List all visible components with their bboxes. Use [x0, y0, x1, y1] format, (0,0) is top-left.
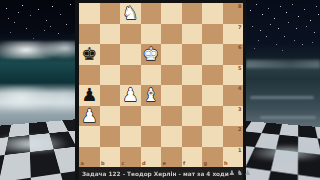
square-a5 — [79, 65, 100, 86]
wave-crest — [246, 60, 320, 68]
square-b6 — [100, 44, 121, 65]
black-pawn: ♟ — [81, 86, 97, 104]
square-h2 — [223, 126, 244, 147]
square-g7 — [202, 24, 223, 45]
square-h6 — [223, 44, 244, 65]
square-e3 — [161, 106, 182, 127]
square-h7 — [223, 24, 244, 45]
chess-board: ♞♚♚♟♟♝♟87654321abcdefgh — [79, 3, 243, 167]
square-e4 — [161, 85, 182, 106]
wave-foam — [0, 86, 75, 110]
square-a8 — [79, 3, 100, 24]
square-d6: ♚ — [141, 44, 162, 65]
square-e6 — [161, 44, 182, 65]
square-f6 — [182, 44, 203, 65]
square-a4: ♟ — [79, 85, 100, 106]
square-d7 — [141, 24, 162, 45]
square-d3 — [141, 106, 162, 127]
ocean-right-background — [246, 0, 320, 180]
video-frame: ♞♚♚♟♟♝♟87654321abcdefgh Задача 122 - Тео… — [0, 0, 320, 180]
square-c4: ♟ — [120, 85, 141, 106]
white-king: ♚ — [143, 45, 159, 63]
square-g3 — [202, 106, 223, 127]
square-c1 — [120, 147, 141, 168]
square-f4 — [182, 85, 203, 106]
caption-text: Задача 122 - Теодор Херлін - мат за 4 хо… — [82, 171, 229, 177]
square-h8 — [223, 3, 244, 24]
square-d5 — [141, 65, 162, 86]
square-f5 — [182, 65, 203, 86]
square-b8 — [100, 3, 121, 24]
square-d4: ♝ — [141, 85, 162, 106]
square-g6 — [202, 44, 223, 65]
square-a3: ♟ — [79, 106, 100, 127]
stars — [0, 0, 1, 1]
pawn-icon: ♟ — [244, 170, 250, 177]
white-pawn: ♟ — [122, 86, 138, 104]
square-g2 — [202, 126, 223, 147]
foam-streak — [250, 96, 314, 99]
white-pawn: ♟ — [81, 107, 97, 125]
black-king: ♚ — [81, 45, 97, 63]
square-g5 — [202, 65, 223, 86]
square-g4 — [202, 85, 223, 106]
square-b1 — [100, 147, 121, 168]
square-b2 — [100, 126, 121, 147]
white-knight: ♞ — [122, 4, 138, 22]
square-c3 — [120, 106, 141, 127]
square-e8 — [161, 3, 182, 24]
square-a1 — [79, 147, 100, 168]
square-e2 — [161, 126, 182, 147]
square-c8: ♞ — [120, 3, 141, 24]
square-a6: ♚ — [79, 44, 100, 65]
square-a2 — [79, 126, 100, 147]
knight-icon: ♞ — [237, 170, 243, 177]
shore-foam — [0, 136, 75, 152]
shore-foam — [246, 146, 320, 160]
square-c6 — [120, 44, 141, 65]
stars — [246, 0, 247, 1]
square-f2 — [182, 126, 203, 147]
square-b7 — [100, 24, 121, 45]
square-d2 — [141, 126, 162, 147]
square-g8 — [202, 3, 223, 24]
square-h5 — [223, 65, 244, 86]
square-d1 — [141, 147, 162, 168]
ocean-left-background — [0, 0, 75, 180]
square-h1 — [223, 147, 244, 168]
caption-icons: ♟♞♟ — [229, 170, 251, 177]
foam-streak — [260, 116, 316, 119]
square-b5 — [100, 65, 121, 86]
square-c7 — [120, 24, 141, 45]
square-c5 — [120, 65, 141, 86]
square-h4 — [223, 85, 244, 106]
square-g1 — [202, 147, 223, 168]
square-b4 — [100, 85, 121, 106]
pawn-icon: ♟ — [229, 170, 235, 177]
square-c2 — [120, 126, 141, 147]
square-d8 — [141, 3, 162, 24]
square-e5 — [161, 65, 182, 86]
square-e7 — [161, 24, 182, 45]
square-b3 — [100, 106, 121, 127]
square-f7 — [182, 24, 203, 45]
square-f1 — [182, 147, 203, 168]
square-f8 — [182, 3, 203, 24]
white-bishop: ♝ — [143, 86, 159, 104]
square-h3 — [223, 106, 244, 127]
square-e1 — [161, 147, 182, 168]
square-f3 — [182, 106, 203, 127]
caption-bar: Задача 122 - Теодор Херлін - мат за 4 хо… — [79, 167, 243, 180]
wave-foam-crest — [0, 41, 75, 59]
square-a7 — [79, 24, 100, 45]
